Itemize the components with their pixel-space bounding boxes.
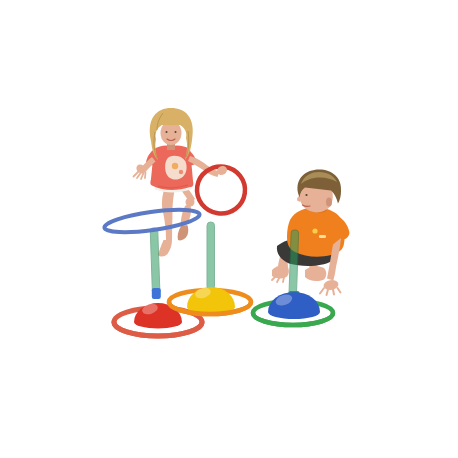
girl-shirt-print: [165, 156, 186, 180]
girl-straight-leg: [158, 186, 176, 257]
boy-ear: [326, 198, 332, 207]
ring-toss-scene: [0, 0, 458, 458]
left-post-set: [114, 228, 202, 336]
girl-front-foot: [158, 240, 172, 257]
blue-dome-base: [268, 292, 320, 319]
product-photo: [0, 0, 458, 458]
boy-figure: [272, 170, 350, 296]
middle-post: [207, 222, 215, 290]
left-post-connector: [152, 288, 161, 299]
boy-hand-right: [323, 279, 339, 291]
girl-back-foot: [178, 225, 189, 240]
left-post: [150, 228, 160, 294]
